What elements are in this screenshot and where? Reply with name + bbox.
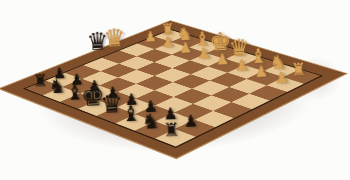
piece-white-pawn: ♟ (268, 70, 295, 86)
board-tilt-wrapper: ♜♞♝♚♛♝♞♜♟♟♟♟♟♟♟♟♟♟♟♟♟♟♟♟♜♞♝♚♛♝♞♜ ♛ ♛ (0, 0, 350, 180)
chess-product-photo: ♜♞♝♚♛♝♞♜♟♟♟♟♟♟♟♟♟♟♟♟♟♟♟♟♜♞♝♚♛♝♞♜ ♛ ♛ (0, 0, 350, 180)
square-a8: ♜ (155, 129, 196, 146)
piece-black-rook: ♜ (156, 120, 186, 140)
extra-queen-ebony-glyph: ♛ (85, 28, 111, 54)
